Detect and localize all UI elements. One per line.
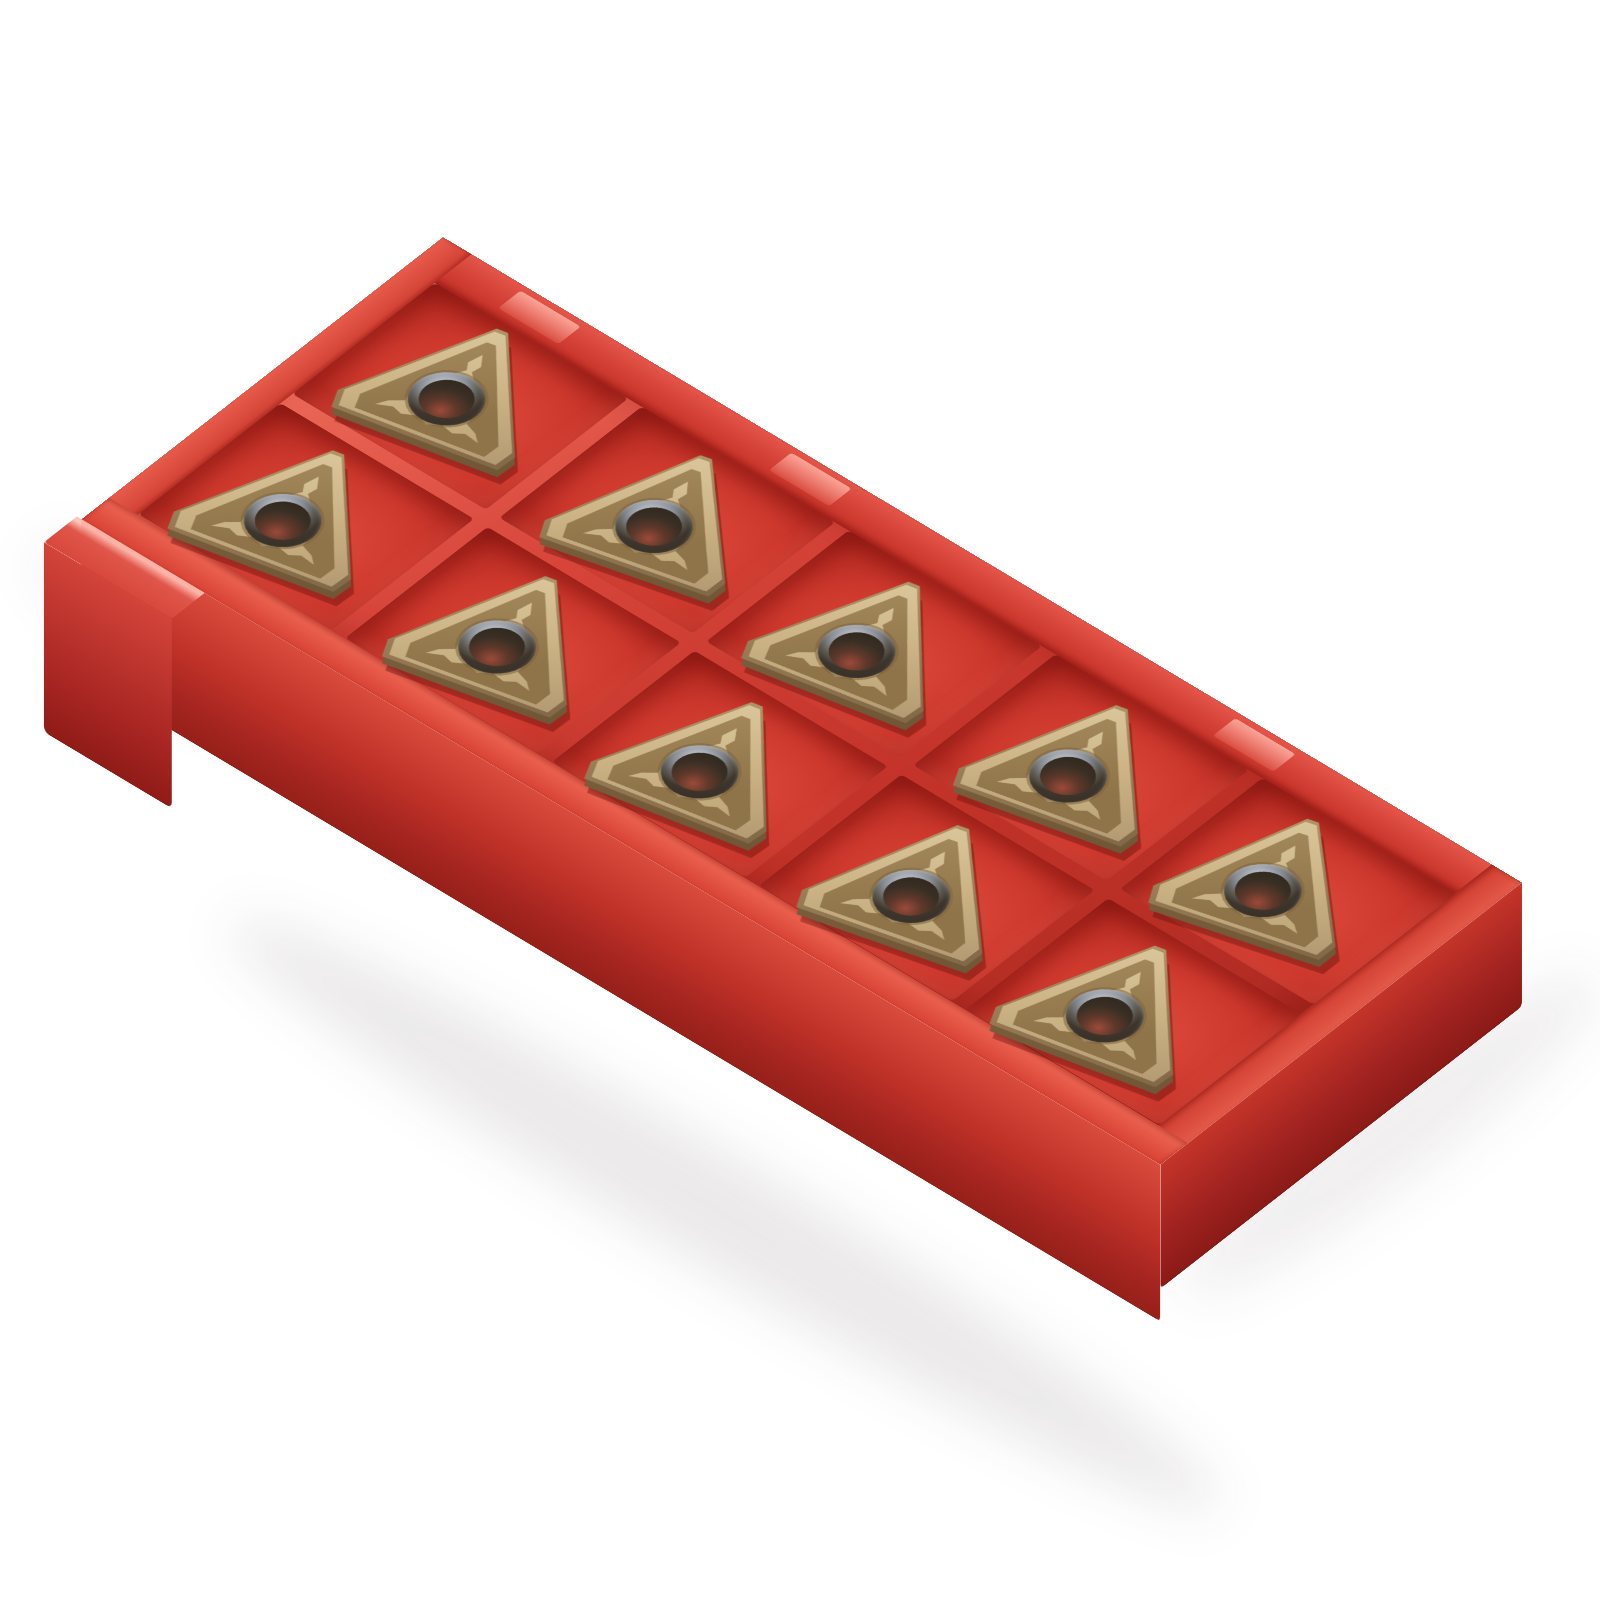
insert-hole-bore: [818, 625, 895, 677]
insert-edge-bevel: [727, 545, 1009, 731]
insert-hole: [602, 491, 707, 563]
compartment-r1c4: [913, 654, 1249, 881]
insert-cast-shadow: [1138, 800, 1416, 982]
insert-hole: [1052, 980, 1158, 1053]
insert-center-plateau: [192, 447, 387, 578]
insert-top-face: [790, 796, 1053, 968]
insert-edge-bevel: [317, 293, 598, 478]
insert-center-plateau: [564, 454, 757, 583]
insert-hole-bore: [245, 495, 321, 547]
insert-center-plateau: [977, 703, 1171, 833]
insert-top-face: [325, 298, 590, 473]
insert-cast-shadow: [978, 924, 1259, 1109]
insert-chipbreaker-groove: [394, 562, 616, 710]
insert-side-face: [317, 300, 598, 485]
insert-hole-bore: [1030, 750, 1106, 802]
insert-center-plateau: [356, 326, 551, 457]
insert-chipbreaker-groove: [344, 314, 567, 463]
insert-hole: [1211, 855, 1315, 926]
insert-hole: [803, 615, 910, 688]
insert-hole-bore: [873, 871, 948, 923]
insert-side-face: [975, 917, 1256, 1102]
insert-hole-bore: [1225, 865, 1300, 916]
insert-cast-shadow: [320, 307, 601, 492]
insert-edge-bevel: [975, 910, 1256, 1095]
insert-top-face: [578, 670, 844, 846]
insert-top-face: [735, 550, 1001, 726]
insert-hole-bore: [616, 501, 691, 553]
compartment-r1c3: [706, 530, 1042, 757]
insert-top-face: [983, 915, 1248, 1090]
insert-chipbreaker-groove: [1160, 807, 1380, 953]
compartment-r1c1: [292, 283, 628, 510]
insert-side-face: [727, 552, 1009, 738]
insert-cast-shadow: [156, 429, 437, 614]
carbide-insert-r2c5: [975, 910, 1256, 1095]
insert-chipbreaker-groove: [1002, 931, 1225, 1080]
rim-tab-3: [1213, 718, 1296, 771]
insert-center-plateau: [821, 824, 1014, 953]
insert-edge-bevel: [570, 665, 852, 851]
insert-edge-bevel: [782, 791, 1061, 974]
insert-hole: [1015, 740, 1121, 812]
insert-side-face: [782, 798, 1061, 981]
insert-top-face: [947, 675, 1211, 849]
carbide-insert-r1c4: [939, 670, 1219, 854]
carbide-insert-r2c4: [782, 791, 1061, 974]
insert-edge-bevel: [939, 670, 1219, 854]
insert-hole-bore: [409, 373, 485, 425]
compartment-r1c5: [1120, 778, 1456, 1005]
insert-tray: [81, 237, 1522, 1165]
insert-edge-bevel: [525, 421, 804, 604]
insert-side-face: [368, 548, 648, 732]
insert-edge-bevel: [153, 414, 434, 599]
insert-top-face: [376, 546, 640, 720]
insert-center-plateau: [609, 698, 805, 829]
insert-side-face: [153, 421, 434, 606]
carbide-insert-r1c5: [1134, 786, 1412, 968]
insert-center-plateau: [766, 578, 962, 709]
insert-hole-bore: [459, 621, 535, 673]
insert-hole: [444, 611, 550, 683]
insert-center-plateau: [1173, 818, 1365, 946]
insert-cast-shadow: [786, 805, 1065, 988]
insert-hole: [646, 735, 753, 808]
insert-hole: [230, 484, 336, 557]
insert-hole: [859, 861, 964, 933]
insert-edge-bevel: [368, 541, 648, 725]
tray-back-rim: [406, 237, 1522, 911]
insert-cast-shadow: [942, 685, 1222, 869]
insert-side-face: [570, 672, 852, 858]
insert-hole: [394, 363, 500, 436]
insert-edge-bevel: [1134, 786, 1412, 968]
rim-tab-2: [769, 453, 852, 506]
carbide-insert-r2c3: [570, 665, 852, 851]
insert-center-plateau: [1014, 943, 1209, 1074]
insert-chipbreaker-groove: [596, 687, 820, 837]
insert-cast-shadow: [730, 559, 1012, 745]
product-photo: [0, 0, 1600, 1600]
carbide-insert-r1c1: [317, 293, 598, 478]
insert-chipbreaker-groove: [965, 692, 1187, 840]
insert-side-face: [1135, 793, 1413, 975]
insert-hole-bore: [1067, 990, 1143, 1042]
insert-chipbreaker-groove: [180, 436, 403, 585]
tray-left-rim: [81, 237, 471, 536]
compartment-r1c2: [499, 407, 835, 634]
insert-top-face: [533, 426, 796, 598]
insert-chipbreaker-groove: [808, 812, 1029, 959]
carbide-insert-r1c3: [727, 545, 1009, 731]
insert-center-plateau: [406, 574, 600, 704]
insert-top-face: [1142, 791, 1404, 962]
insert-side-face: [525, 428, 804, 611]
insert-cast-shadow: [529, 436, 808, 619]
rim-tab-1: [498, 291, 581, 344]
carbide-insert-r1c2: [525, 421, 804, 604]
insert-hole-bore: [661, 746, 738, 798]
insert-chipbreaker-groove: [551, 442, 772, 589]
carbide-insert-r2c1: [153, 414, 434, 599]
insert-cast-shadow: [371, 556, 651, 740]
insert-side-face: [939, 677, 1219, 861]
tray-front-rim: [81, 498, 1188, 1165]
insert-chipbreaker-groove: [753, 566, 977, 716]
carbide-insert-r2c2: [368, 541, 648, 725]
insert-top-face: [161, 419, 426, 594]
